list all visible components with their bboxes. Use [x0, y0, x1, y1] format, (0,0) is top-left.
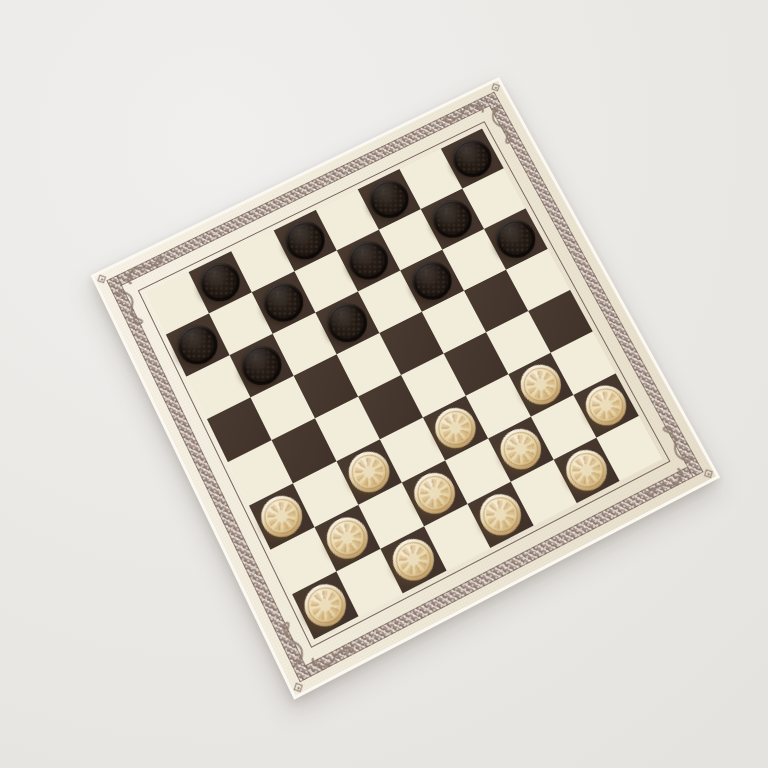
- light-checker-piece[interactable]: [261, 496, 302, 537]
- corner-diamond-icon: [704, 469, 713, 478]
- corner-creature-icon: [642, 466, 690, 503]
- photo-background: [0, 0, 768, 768]
- dark-checker-piece[interactable]: [200, 263, 240, 302]
- corner-creature-icon: [120, 251, 167, 286]
- light-checker-piece[interactable]: [414, 473, 455, 514]
- corner-diamond-icon: [294, 683, 303, 692]
- light-checker-piece[interactable]: [520, 365, 561, 405]
- dark-checker-piece[interactable]: [453, 140, 492, 177]
- checkers-board: [146, 129, 663, 640]
- dark-checker-piece[interactable]: [496, 220, 536, 258]
- light-checker-piece[interactable]: [304, 584, 346, 626]
- dark-checker-piece[interactable]: [370, 180, 409, 218]
- corner-diamond-icon: [97, 275, 106, 283]
- dark-checker-piece[interactable]: [285, 221, 325, 259]
- light-checker-piece[interactable]: [566, 450, 608, 491]
- corner-creature-icon: [441, 96, 487, 129]
- dark-checker-piece[interactable]: [412, 261, 452, 299]
- corner-creature-icon: [657, 421, 695, 469]
- light-checker-piece[interactable]: [349, 452, 390, 493]
- light-checker-piece[interactable]: [480, 494, 521, 535]
- dark-checker-piece[interactable]: [349, 241, 389, 279]
- dark-checker-piece[interactable]: [241, 346, 282, 385]
- light-checker-piece[interactable]: [327, 517, 368, 558]
- dark-checker-piece[interactable]: [327, 303, 367, 342]
- canvas-board-mat: [91, 77, 721, 700]
- corner-creature-icon: [309, 639, 358, 677]
- dark-checker-piece[interactable]: [177, 325, 218, 364]
- dark-checker-piece[interactable]: [263, 283, 303, 322]
- light-checker-piece[interactable]: [393, 539, 434, 581]
- light-checker-piece[interactable]: [585, 386, 626, 426]
- light-checker-piece[interactable]: [500, 429, 541, 469]
- light-checker-piece[interactable]: [435, 408, 476, 448]
- dark-checker-piece[interactable]: [433, 200, 472, 238]
- corner-diamond-icon: [491, 83, 499, 91]
